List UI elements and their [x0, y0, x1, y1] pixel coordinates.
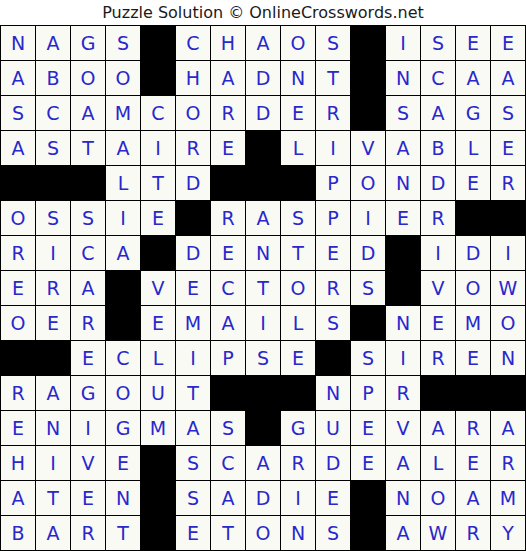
cell-r10c5: L	[141, 341, 176, 376]
black-cell-r11c15	[491, 376, 526, 411]
cell-r10c6: I	[176, 341, 211, 376]
cell-r7c10: E	[316, 236, 351, 271]
cell-r15c9: N	[281, 516, 316, 551]
cell-r3c10: R	[316, 96, 351, 131]
cell-r2c14: A	[456, 61, 491, 96]
cell-r15c10: S	[316, 516, 351, 551]
black-cell-r8c4	[106, 271, 141, 306]
cell-r2c7: A	[211, 61, 246, 96]
cell-r8c8: T	[246, 271, 281, 306]
cell-r15c1: B	[1, 516, 36, 551]
cell-r8c3: A	[71, 271, 106, 306]
cell-r4c7: E	[211, 131, 246, 166]
cell-r6c9: S	[281, 201, 316, 236]
cell-r3c5: C	[141, 96, 176, 131]
cell-r11c6: T	[176, 376, 211, 411]
cell-r4c2: S	[36, 131, 71, 166]
cell-r7c9: T	[281, 236, 316, 271]
cell-r8c11: S	[351, 271, 386, 306]
cell-r14c15: M	[491, 481, 526, 516]
cell-r15c15: Y	[491, 516, 526, 551]
black-cell-r9c11	[351, 306, 386, 341]
cell-r6c7: R	[211, 201, 246, 236]
cell-r5c10: P	[316, 166, 351, 201]
black-cell-r6c15	[491, 201, 526, 236]
cell-r7c7: E	[211, 236, 246, 271]
cell-r7c8: N	[246, 236, 281, 271]
cell-r4c9: L	[281, 131, 316, 166]
cell-r1c8: A	[246, 26, 281, 61]
cell-r9c9: L	[281, 306, 316, 341]
cell-r4c14: L	[456, 131, 491, 166]
cell-r4c5: I	[141, 131, 176, 166]
cell-r4c6: R	[176, 131, 211, 166]
cell-r8c15: W	[491, 271, 526, 306]
cell-r13c6: S	[176, 446, 211, 481]
cell-r3c4: M	[106, 96, 141, 131]
cell-r6c8: A	[246, 201, 281, 236]
cell-r12c14: R	[456, 411, 491, 446]
cell-r1c7: H	[211, 26, 246, 61]
cell-r10c11: S	[351, 341, 386, 376]
cell-r12c3: I	[71, 411, 106, 446]
cell-r2c10: T	[316, 61, 351, 96]
black-cell-r6c14	[456, 201, 491, 236]
cell-r2c12: N	[386, 61, 421, 96]
cell-r11c5: U	[141, 376, 176, 411]
cell-r5c11: O	[351, 166, 386, 201]
cell-r11c1: R	[1, 376, 36, 411]
cell-r14c6: S	[176, 481, 211, 516]
cell-r13c1: H	[1, 446, 36, 481]
cell-r1c10: S	[316, 26, 351, 61]
black-cell-r5c9	[281, 166, 316, 201]
cell-r7c2: I	[36, 236, 71, 271]
cell-r12c6: A	[176, 411, 211, 446]
cell-r5c4: L	[106, 166, 141, 201]
cell-r12c2: N	[36, 411, 71, 446]
cell-r13c11: E	[351, 446, 386, 481]
cell-r10c8: S	[246, 341, 281, 376]
cell-r7c15: I	[491, 236, 526, 271]
black-cell-r11c14	[456, 376, 491, 411]
cell-r14c9: I	[281, 481, 316, 516]
cell-r9c2: E	[36, 306, 71, 341]
cell-r12c7: S	[211, 411, 246, 446]
cell-r1c3: G	[71, 26, 106, 61]
cell-r1c1: N	[1, 26, 36, 61]
cell-r6c12: E	[386, 201, 421, 236]
cell-r1c15: E	[491, 26, 526, 61]
cell-r4c1: A	[1, 131, 36, 166]
black-cell-r2c5	[141, 61, 176, 96]
black-cell-r7c5	[141, 236, 176, 271]
cell-r13c10: D	[316, 446, 351, 481]
cell-r9c7: A	[211, 306, 246, 341]
black-cell-r15c11	[351, 516, 386, 551]
cell-r4c10: I	[316, 131, 351, 166]
cell-r1c2: A	[36, 26, 71, 61]
cell-r9c8: I	[246, 306, 281, 341]
cell-r13c3: V	[71, 446, 106, 481]
black-cell-r15c5	[141, 516, 176, 551]
black-cell-r11c13	[421, 376, 456, 411]
cell-r3c7: R	[211, 96, 246, 131]
cell-r12c9: G	[281, 411, 316, 446]
cell-r3c15: S	[491, 96, 526, 131]
cell-r9c1: O	[1, 306, 36, 341]
cell-r6c10: P	[316, 201, 351, 236]
cell-r2c1: A	[1, 61, 36, 96]
cell-r11c2: A	[36, 376, 71, 411]
cell-r10c12: I	[386, 341, 421, 376]
cell-r7c11: D	[351, 236, 386, 271]
cell-r7c4: A	[106, 236, 141, 271]
cell-r4c15: E	[491, 131, 526, 166]
cell-r13c8: A	[246, 446, 281, 481]
crossword-grid: NAGSCHAOSISEEABOOHADNTNCAASCAMCORDERSAGS…	[0, 25, 526, 551]
cell-r8c9: O	[281, 271, 316, 306]
cell-r5c14: E	[456, 166, 491, 201]
cell-r13c4: E	[106, 446, 141, 481]
cell-r1c4: S	[106, 26, 141, 61]
cell-r4c13: B	[421, 131, 456, 166]
cell-r3c6: O	[176, 96, 211, 131]
black-cell-r7c12	[386, 236, 421, 271]
cell-r15c3: R	[71, 516, 106, 551]
black-cell-r5c8	[246, 166, 281, 201]
cell-r3c3: A	[71, 96, 106, 131]
cell-r9c3: R	[71, 306, 106, 341]
cell-r15c2: A	[36, 516, 71, 551]
black-cell-r1c5	[141, 26, 176, 61]
black-cell-r5c1	[1, 166, 36, 201]
cell-r5c13: D	[421, 166, 456, 201]
cell-r3c14: G	[456, 96, 491, 131]
cell-r3c12: S	[386, 96, 421, 131]
cell-r8c10: R	[316, 271, 351, 306]
cell-r5c15: R	[491, 166, 526, 201]
black-cell-r12c8	[246, 411, 281, 446]
cell-r8c5: V	[141, 271, 176, 306]
cell-r12c12: V	[386, 411, 421, 446]
cell-r9c5: E	[141, 306, 176, 341]
cell-r1c12: I	[386, 26, 421, 61]
cell-r13c2: I	[36, 446, 71, 481]
cell-r7c1: R	[1, 236, 36, 271]
cell-r8c2: R	[36, 271, 71, 306]
cell-r6c11: I	[351, 201, 386, 236]
cell-r3c9: E	[281, 96, 316, 131]
cell-r13c15: R	[491, 446, 526, 481]
cell-r2c2: B	[36, 61, 71, 96]
cell-r6c2: S	[36, 201, 71, 236]
black-cell-r13c5	[141, 446, 176, 481]
cell-r2c6: H	[176, 61, 211, 96]
cell-r9c12: N	[386, 306, 421, 341]
cell-r14c2: T	[36, 481, 71, 516]
cell-r4c12: A	[386, 131, 421, 166]
cell-r2c9: N	[281, 61, 316, 96]
cell-r4c11: V	[351, 131, 386, 166]
cell-r12c1: E	[1, 411, 36, 446]
cell-r3c13: A	[421, 96, 456, 131]
cell-r10c7: P	[211, 341, 246, 376]
cell-r14c7: A	[211, 481, 246, 516]
cell-r12c4: G	[106, 411, 141, 446]
cell-r8c7: C	[211, 271, 246, 306]
cell-r5c12: N	[386, 166, 421, 201]
black-cell-r14c11	[351, 481, 386, 516]
cell-r1c14: E	[456, 26, 491, 61]
black-cell-r10c2	[36, 341, 71, 376]
cell-r14c12: N	[386, 481, 421, 516]
cell-r15c8: O	[246, 516, 281, 551]
cell-r11c3: G	[71, 376, 106, 411]
cell-r6c3: S	[71, 201, 106, 236]
black-cell-r5c3	[71, 166, 106, 201]
cell-r9c10: S	[316, 306, 351, 341]
black-cell-r14c5	[141, 481, 176, 516]
cell-r3c1: S	[1, 96, 36, 131]
cell-r14c3: E	[71, 481, 106, 516]
cell-r1c9: O	[281, 26, 316, 61]
cell-r7c14: D	[456, 236, 491, 271]
cell-r13c12: A	[386, 446, 421, 481]
cell-r9c6: M	[176, 306, 211, 341]
cell-r13c7: C	[211, 446, 246, 481]
black-cell-r5c7	[211, 166, 246, 201]
cell-r6c13: R	[421, 201, 456, 236]
cell-r9c14: M	[456, 306, 491, 341]
cell-r13c14: E	[456, 446, 491, 481]
black-cell-r11c8	[246, 376, 281, 411]
cell-r10c15: N	[491, 341, 526, 376]
cell-r15c7: T	[211, 516, 246, 551]
cell-r6c1: O	[1, 201, 36, 236]
cell-r10c4: C	[106, 341, 141, 376]
cell-r15c4: T	[106, 516, 141, 551]
cell-r15c14: R	[456, 516, 491, 551]
cell-r7c3: C	[71, 236, 106, 271]
black-cell-r3c11	[351, 96, 386, 131]
cell-r15c6: E	[176, 516, 211, 551]
cell-r8c1: E	[1, 271, 36, 306]
cell-r6c4: I	[106, 201, 141, 236]
cell-r14c4: N	[106, 481, 141, 516]
cell-r14c14: A	[456, 481, 491, 516]
cell-r14c10: E	[316, 481, 351, 516]
black-cell-r10c1	[1, 341, 36, 376]
black-cell-r6c6	[176, 201, 211, 236]
cell-r12c11: E	[351, 411, 386, 446]
cell-r7c6: D	[176, 236, 211, 271]
cell-r12c10: U	[316, 411, 351, 446]
cell-r12c13: A	[421, 411, 456, 446]
cell-r2c8: D	[246, 61, 281, 96]
black-cell-r5c2	[36, 166, 71, 201]
cell-r2c4: O	[106, 61, 141, 96]
cell-r8c13: V	[421, 271, 456, 306]
cell-r1c13: S	[421, 26, 456, 61]
cell-r7c13: I	[421, 236, 456, 271]
cell-r2c15: A	[491, 61, 526, 96]
cell-r3c2: C	[36, 96, 71, 131]
cell-r10c3: E	[71, 341, 106, 376]
cell-r1c6: C	[176, 26, 211, 61]
black-cell-r10c10	[316, 341, 351, 376]
black-cell-r11c7	[211, 376, 246, 411]
cell-r10c9: E	[281, 341, 316, 376]
cell-r8c6: E	[176, 271, 211, 306]
cell-r12c15: A	[491, 411, 526, 446]
black-cell-r8c12	[386, 271, 421, 306]
cell-r4c3: T	[71, 131, 106, 166]
cell-r11c10: N	[316, 376, 351, 411]
cell-r14c8: D	[246, 481, 281, 516]
cell-r5c5: T	[141, 166, 176, 201]
black-cell-r11c9	[281, 376, 316, 411]
cell-r14c13: O	[421, 481, 456, 516]
cell-r11c11: P	[351, 376, 386, 411]
cell-r13c13: L	[421, 446, 456, 481]
cell-r9c15: O	[491, 306, 526, 341]
cell-r4c4: A	[106, 131, 141, 166]
cell-r11c12: R	[386, 376, 421, 411]
puzzle-solution-page: Puzzle Solution © OnlineCrosswords.net N…	[0, 0, 526, 551]
black-cell-r9c4	[106, 306, 141, 341]
cell-r2c13: C	[421, 61, 456, 96]
cell-r11c4: O	[106, 376, 141, 411]
cell-r6c5: E	[141, 201, 176, 236]
cell-r2c3: O	[71, 61, 106, 96]
cell-r10c14: E	[456, 341, 491, 376]
black-cell-r4c8	[246, 131, 281, 166]
cell-r15c12: A	[386, 516, 421, 551]
cell-r12c5: M	[141, 411, 176, 446]
cell-r13c9: R	[281, 446, 316, 481]
black-cell-r1c11	[351, 26, 386, 61]
cell-r5c6: D	[176, 166, 211, 201]
cell-r14c1: A	[1, 481, 36, 516]
cell-r3c8: D	[246, 96, 281, 131]
page-title: Puzzle Solution © OnlineCrosswords.net	[0, 0, 526, 25]
cell-r15c13: W	[421, 516, 456, 551]
cell-r9c13: E	[421, 306, 456, 341]
cell-r8c14: O	[456, 271, 491, 306]
cell-r10c13: R	[421, 341, 456, 376]
black-cell-r2c11	[351, 61, 386, 96]
